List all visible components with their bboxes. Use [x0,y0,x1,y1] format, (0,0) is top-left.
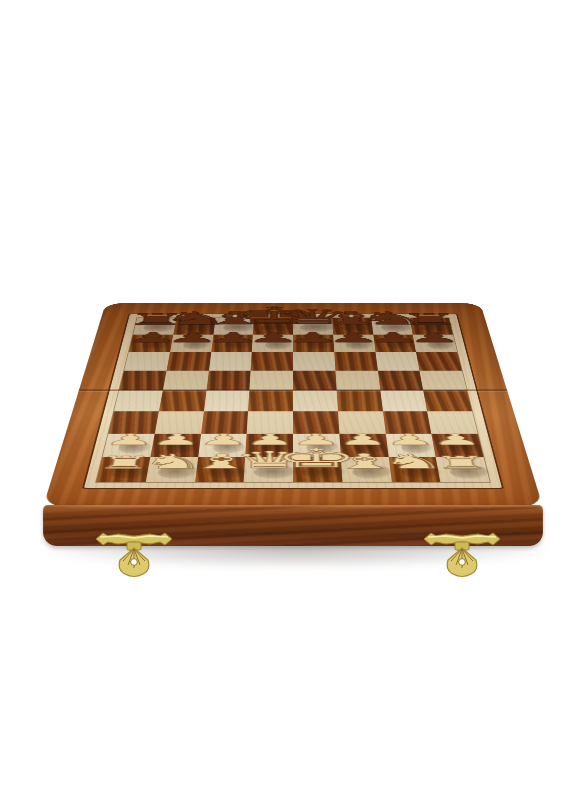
square-b6 [166,352,211,371]
brass-clasp-right [422,524,502,578]
piece-light-pawn: ♟ [429,432,482,447]
square-d5 [250,371,293,391]
square-e6 [293,352,335,371]
chess-board: ♜♞♝♚♛♝♞♜♟♟♟♟♟♟♟♟♟♟♟♟♟♟♟♟♜♞♝♛♚♝♞♜ [43,303,543,507]
square-d6 [251,352,293,371]
square-g6 [375,352,420,371]
piece-dark-pawn: ♟ [406,331,462,345]
square-h6 [416,352,462,371]
square-f4 [336,390,382,411]
square-a6 [124,352,170,371]
piece-light-rook: ♜ [431,454,491,471]
square-a4 [114,390,163,411]
chess-set-photo: ♜♞♝♚♛♝♞♜♟♟♟♟♟♟♟♟♟♟♟♟♟♟♟♟♜♞♝♛♚♝♞♜ [0,0,587,800]
square-b5 [163,371,209,391]
square-g4 [380,390,427,411]
square-h5 [420,371,467,391]
piece-light-pawn: ♟ [197,432,249,447]
square-g5 [377,371,423,391]
square-e5 [293,371,336,391]
square-c4 [203,390,249,411]
piece-light-pawn: ♟ [383,432,436,447]
square-c5 [206,371,251,391]
piece-dark-rook: ♜ [398,312,463,328]
square-f5 [335,371,380,391]
brass-clasp-left [94,524,174,578]
square-e4 [293,390,338,411]
square-h4 [423,390,472,411]
square-b4 [159,390,206,411]
square-d4 [248,390,293,411]
square-a5 [119,371,166,391]
square-c6 [209,352,252,371]
piece-light-pawn: ♟ [150,432,203,447]
piece-light-pawn: ♟ [103,432,156,447]
square-f6 [334,352,377,371]
